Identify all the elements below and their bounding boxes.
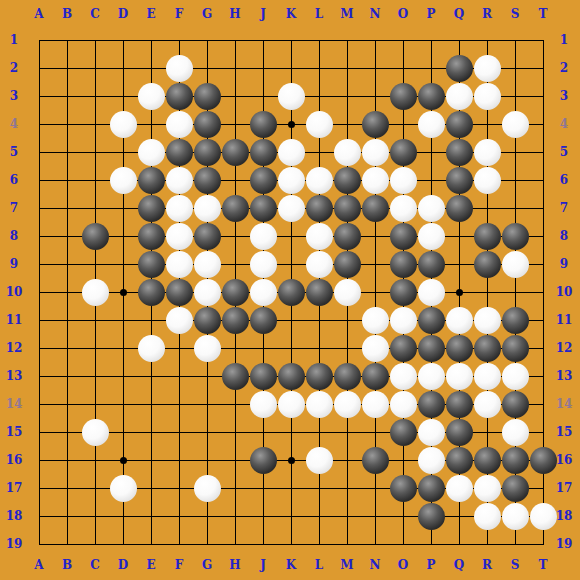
coordinate-label: 19	[6, 538, 23, 550]
coordinate-label: K	[286, 8, 296, 20]
stone-black-R9[interactable]	[474, 251, 501, 278]
stone-black-G11[interactable]	[194, 307, 221, 334]
stone-white-N11[interactable]	[362, 307, 389, 334]
stone-white-P8[interactable]	[418, 223, 445, 250]
coordinate-label: E	[146, 559, 155, 571]
coordinate-label: 4	[10, 118, 18, 130]
coordinate-label: 16	[6, 454, 23, 466]
stone-black-R8[interactable]	[474, 223, 501, 250]
stone-black-L13[interactable]	[306, 363, 333, 390]
stone-black-G8[interactable]	[194, 223, 221, 250]
stone-white-R18[interactable]	[474, 503, 501, 530]
stone-white-K6[interactable]	[278, 167, 305, 194]
stone-black-C8[interactable]	[82, 223, 109, 250]
go-board-app: ABCDEFGHJKLMNOPQRST ABCDEFGHJKLMNOPQRST …	[0, 0, 580, 580]
stone-black-Q16[interactable]	[446, 447, 473, 474]
coordinate-label: O	[398, 559, 408, 571]
stone-black-E8[interactable]	[138, 223, 165, 250]
stone-white-S4[interactable]	[502, 111, 529, 138]
stone-white-E5[interactable]	[138, 139, 165, 166]
coordinate-label: 18	[556, 510, 573, 522]
coordinate-label: 6	[10, 174, 18, 186]
stone-white-O13[interactable]	[390, 363, 417, 390]
coordinate-label: 2	[10, 62, 18, 74]
stone-black-Q7[interactable]	[446, 195, 473, 222]
stone-white-N14[interactable]	[362, 391, 389, 418]
stone-black-S17[interactable]	[502, 475, 529, 502]
stone-white-G9[interactable]	[194, 251, 221, 278]
star-point	[288, 121, 295, 128]
stone-black-P3[interactable]	[418, 83, 445, 110]
stone-white-D4[interactable]	[110, 111, 137, 138]
stone-white-K5[interactable]	[278, 139, 305, 166]
coordinate-label: S	[511, 559, 520, 571]
stone-white-F4[interactable]	[166, 111, 193, 138]
stone-black-N13[interactable]	[362, 363, 389, 390]
stone-black-K13[interactable]	[278, 363, 305, 390]
stone-white-L8[interactable]	[306, 223, 333, 250]
coordinate-label: N	[370, 559, 381, 571]
coordinate-label: G	[202, 8, 212, 20]
coordinate-label: F	[175, 559, 184, 571]
stone-white-S9[interactable]	[502, 251, 529, 278]
coordinate-label: 11	[556, 314, 573, 326]
coordinate-label: P	[426, 8, 435, 20]
stone-white-Q17[interactable]	[446, 475, 473, 502]
stone-black-H11[interactable]	[222, 307, 249, 334]
stone-white-O11[interactable]	[390, 307, 417, 334]
coordinate-label: 5	[560, 146, 568, 158]
coordinate-label: J	[260, 8, 266, 20]
stone-black-E7[interactable]	[138, 195, 165, 222]
coordinate-label: 8	[10, 230, 18, 242]
stone-white-K3[interactable]	[278, 83, 305, 110]
stone-white-R11[interactable]	[474, 307, 501, 334]
coordinate-label: C	[90, 559, 100, 571]
coordinate-label: T	[539, 559, 548, 571]
stone-black-G6[interactable]	[194, 167, 221, 194]
stone-white-P13[interactable]	[418, 363, 445, 390]
coordinate-label: 5	[10, 146, 18, 158]
stone-black-T16[interactable]	[530, 447, 557, 474]
coordinate-label: 3	[10, 90, 18, 102]
stone-black-F10[interactable]	[166, 279, 193, 306]
stone-white-N12[interactable]	[362, 335, 389, 362]
stone-white-E12[interactable]	[138, 335, 165, 362]
stone-black-M6[interactable]	[334, 167, 361, 194]
coordinate-label: B	[62, 8, 72, 20]
stone-white-Q3[interactable]	[446, 83, 473, 110]
coordinate-label: 4	[560, 118, 568, 130]
stone-white-N6[interactable]	[362, 167, 389, 194]
star-point	[288, 457, 295, 464]
coordinate-label: 1	[560, 34, 568, 46]
coordinate-label: C	[90, 8, 100, 20]
stone-black-O9[interactable]	[390, 251, 417, 278]
stone-white-R6[interactable]	[474, 167, 501, 194]
coordinate-label: R	[482, 559, 492, 571]
coordinate-label: 17	[556, 482, 573, 494]
stone-white-D17[interactable]	[110, 475, 137, 502]
stone-black-S11[interactable]	[502, 307, 529, 334]
stone-white-E3[interactable]	[138, 83, 165, 110]
stone-black-E6[interactable]	[138, 167, 165, 194]
stone-white-G17[interactable]	[194, 475, 221, 502]
stone-black-H13[interactable]	[222, 363, 249, 390]
stone-black-M13[interactable]	[334, 363, 361, 390]
coordinate-label: 13	[556, 370, 573, 382]
stone-black-P18[interactable]	[418, 503, 445, 530]
stone-white-R5[interactable]	[474, 139, 501, 166]
stone-white-O7[interactable]	[390, 195, 417, 222]
stone-white-G12[interactable]	[194, 335, 221, 362]
stone-white-L4[interactable]	[306, 111, 333, 138]
coordinate-label: D	[118, 8, 128, 20]
coordinate-label: 1	[10, 34, 18, 46]
stone-white-S13[interactable]	[502, 363, 529, 390]
coordinate-label: 2	[560, 62, 568, 74]
coordinate-label: 10	[6, 286, 23, 298]
coordinate-label: A	[34, 8, 43, 20]
stone-black-N4[interactable]	[362, 111, 389, 138]
stone-black-S16[interactable]	[502, 447, 529, 474]
stone-black-S8[interactable]	[502, 223, 529, 250]
stone-black-G4[interactable]	[194, 111, 221, 138]
stone-white-J8[interactable]	[250, 223, 277, 250]
coordinate-label: 7	[10, 202, 18, 214]
stone-black-M7[interactable]	[334, 195, 361, 222]
coordinate-label: A	[34, 559, 43, 571]
coordinate-label: 3	[560, 90, 568, 102]
coordinate-label: 15	[6, 426, 23, 438]
stone-black-Q4[interactable]	[446, 111, 473, 138]
stone-black-Q14[interactable]	[446, 391, 473, 418]
coordinate-label: 13	[6, 370, 23, 382]
coordinate-label: Q	[454, 559, 464, 571]
stone-black-R12[interactable]	[474, 335, 501, 362]
coordinate-label: 9	[560, 258, 568, 270]
coordinate-label: N	[370, 8, 381, 20]
stone-black-P12[interactable]	[418, 335, 445, 362]
coordinate-label: 15	[556, 426, 573, 438]
stone-white-K7[interactable]	[278, 195, 305, 222]
stone-white-R14[interactable]	[474, 391, 501, 418]
stone-white-J10[interactable]	[250, 279, 277, 306]
stone-black-P14[interactable]	[418, 391, 445, 418]
stone-black-H7[interactable]	[222, 195, 249, 222]
coordinate-label: R	[482, 8, 492, 20]
stone-white-F6[interactable]	[166, 167, 193, 194]
coordinate-label: E	[146, 8, 155, 20]
coordinate-label: Q	[454, 8, 464, 20]
stone-black-O17[interactable]	[390, 475, 417, 502]
stone-black-E9[interactable]	[138, 251, 165, 278]
stone-black-Q12[interactable]	[446, 335, 473, 362]
stone-black-J4[interactable]	[250, 111, 277, 138]
stone-white-L6[interactable]	[306, 167, 333, 194]
stone-black-G3[interactable]	[194, 83, 221, 110]
star-point	[456, 289, 463, 296]
stone-white-M14[interactable]	[334, 391, 361, 418]
stone-white-R2[interactable]	[474, 55, 501, 82]
stone-white-L14[interactable]	[306, 391, 333, 418]
stone-white-R13[interactable]	[474, 363, 501, 390]
coordinate-label: 12	[6, 342, 23, 354]
coordinate-label: B	[62, 559, 72, 571]
stone-white-D6[interactable]	[110, 167, 137, 194]
star-point	[120, 289, 127, 296]
stone-black-J5[interactable]	[250, 139, 277, 166]
stone-white-F2[interactable]	[166, 55, 193, 82]
stone-black-M9[interactable]	[334, 251, 361, 278]
coordinate-label: J	[260, 559, 266, 571]
stone-white-P16[interactable]	[418, 447, 445, 474]
stone-black-K10[interactable]	[278, 279, 305, 306]
stone-white-O14[interactable]	[390, 391, 417, 418]
stone-black-F3[interactable]	[166, 83, 193, 110]
coordinate-label: F	[175, 8, 184, 20]
coordinate-label: 19	[556, 538, 573, 550]
stone-white-J9[interactable]	[250, 251, 277, 278]
stone-white-C15[interactable]	[82, 419, 109, 446]
stone-black-P9[interactable]	[418, 251, 445, 278]
coordinate-label: P	[426, 559, 435, 571]
stone-white-C10[interactable]	[82, 279, 109, 306]
stone-black-J11[interactable]	[250, 307, 277, 334]
stone-black-Q6[interactable]	[446, 167, 473, 194]
stone-white-F9[interactable]	[166, 251, 193, 278]
stone-black-H10[interactable]	[222, 279, 249, 306]
stone-white-K14[interactable]	[278, 391, 305, 418]
stone-white-G7[interactable]	[194, 195, 221, 222]
stone-white-M10[interactable]	[334, 279, 361, 306]
stone-white-R17[interactable]	[474, 475, 501, 502]
coordinate-label: 14	[6, 398, 23, 410]
stone-black-J16[interactable]	[250, 447, 277, 474]
coordinate-label: L	[315, 559, 323, 571]
star-point	[120, 457, 127, 464]
stone-black-O10[interactable]	[390, 279, 417, 306]
stone-black-S12[interactable]	[502, 335, 529, 362]
stone-black-P17[interactable]	[418, 475, 445, 502]
stone-white-S18[interactable]	[502, 503, 529, 530]
coordinate-label: K	[286, 559, 296, 571]
stone-black-M8[interactable]	[334, 223, 361, 250]
stone-black-R16[interactable]	[474, 447, 501, 474]
stone-black-O5[interactable]	[390, 139, 417, 166]
stone-white-R3[interactable]	[474, 83, 501, 110]
coordinate-label: G	[202, 559, 212, 571]
coordinate-label: 9	[10, 258, 18, 270]
stone-black-L7[interactable]	[306, 195, 333, 222]
stone-white-F11[interactable]	[166, 307, 193, 334]
coordinate-label: 14	[556, 398, 573, 410]
stone-black-O8[interactable]	[390, 223, 417, 250]
stone-black-J13[interactable]	[250, 363, 277, 390]
stone-black-E10[interactable]	[138, 279, 165, 306]
coordinate-label: L	[315, 8, 323, 20]
stone-black-N7[interactable]	[362, 195, 389, 222]
stone-black-J6[interactable]	[250, 167, 277, 194]
coordinate-label: O	[398, 8, 408, 20]
stone-white-M5[interactable]	[334, 139, 361, 166]
stone-black-F5[interactable]	[166, 139, 193, 166]
stone-black-L10[interactable]	[306, 279, 333, 306]
stone-white-O6[interactable]	[390, 167, 417, 194]
coordinate-label: 6	[560, 174, 568, 186]
stone-black-P11[interactable]	[418, 307, 445, 334]
stone-black-Q15[interactable]	[446, 419, 473, 446]
coordinate-label: S	[511, 8, 520, 20]
stone-white-F7[interactable]	[166, 195, 193, 222]
stone-white-P7[interactable]	[418, 195, 445, 222]
stone-black-G5[interactable]	[194, 139, 221, 166]
stone-white-L9[interactable]	[306, 251, 333, 278]
stone-black-H5[interactable]	[222, 139, 249, 166]
coordinate-label: 17	[6, 482, 23, 494]
stone-black-O15[interactable]	[390, 419, 417, 446]
stone-black-S14[interactable]	[502, 391, 529, 418]
stone-white-T18[interactable]	[530, 503, 557, 530]
coordinate-label: M	[340, 559, 353, 571]
coordinate-label: H	[229, 8, 240, 20]
coordinate-label: 18	[6, 510, 23, 522]
stone-white-J14[interactable]	[250, 391, 277, 418]
stone-white-Q13[interactable]	[446, 363, 473, 390]
stone-black-O12[interactable]	[390, 335, 417, 362]
stone-white-L16[interactable]	[306, 447, 333, 474]
stone-white-G10[interactable]	[194, 279, 221, 306]
coordinate-label: H	[229, 559, 240, 571]
coordinate-label: M	[340, 8, 353, 20]
coordinate-label: D	[118, 559, 128, 571]
stone-white-N5[interactable]	[362, 139, 389, 166]
stone-black-O3[interactable]	[390, 83, 417, 110]
stone-black-J7[interactable]	[250, 195, 277, 222]
coordinate-label: T	[539, 8, 548, 20]
coordinate-label: 7	[560, 202, 568, 214]
coordinate-label: 11	[6, 314, 23, 326]
coordinate-label: 16	[556, 454, 573, 466]
stone-white-P15[interactable]	[418, 419, 445, 446]
stone-black-Q2[interactable]	[446, 55, 473, 82]
coordinate-label: 10	[556, 286, 573, 298]
stone-black-N16[interactable]	[362, 447, 389, 474]
stone-white-S15[interactable]	[502, 419, 529, 446]
coordinate-label: 8	[560, 230, 568, 242]
stone-white-Q11[interactable]	[446, 307, 473, 334]
stone-white-F8[interactable]	[166, 223, 193, 250]
stone-white-P10[interactable]	[418, 279, 445, 306]
stone-white-P4[interactable]	[418, 111, 445, 138]
coordinate-label: 12	[556, 342, 573, 354]
stone-black-Q5[interactable]	[446, 139, 473, 166]
